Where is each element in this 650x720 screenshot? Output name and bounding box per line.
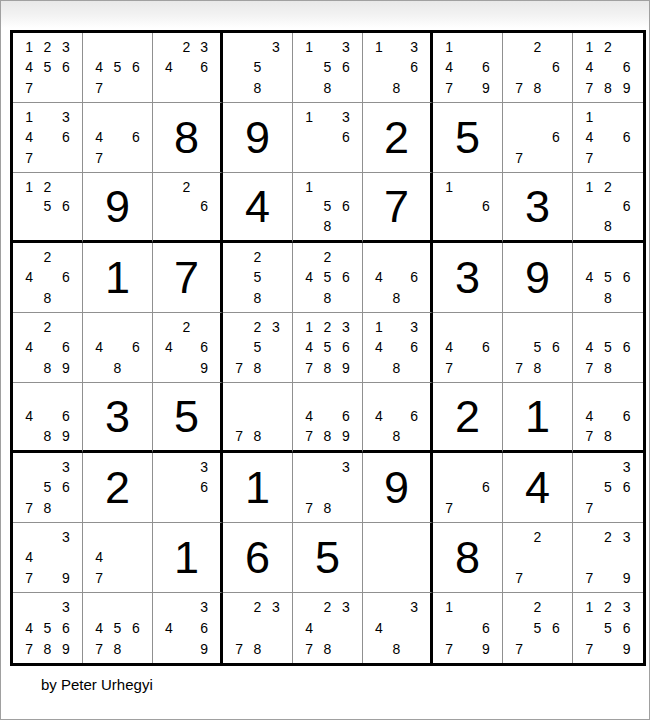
- candidate-digit: 2: [38, 37, 56, 57]
- candidate-digit: 1: [580, 37, 599, 57]
- cell-r2c9[interactable]: 1467: [573, 103, 643, 173]
- candidate-digit: 3: [405, 597, 423, 618]
- cell-r3c8[interactable]: 3: [503, 173, 573, 243]
- candidate-digit: 6: [337, 57, 355, 77]
- given-digit: 1: [153, 523, 220, 592]
- candidate-digit: 1: [20, 107, 38, 127]
- candidate-grid: 24568: [293, 243, 362, 312]
- candidate-digit: 7: [580, 148, 599, 168]
- candidate-digit: 4: [20, 618, 38, 639]
- candidate-digit: 2: [248, 247, 266, 267]
- cell-r8c1[interactable]: 3479: [13, 523, 83, 593]
- cell-r2c3[interactable]: 8: [153, 103, 223, 173]
- candidate-digit: 6: [405, 407, 423, 427]
- candidate-digit: 6: [57, 407, 75, 427]
- candidate-grid: 467: [83, 103, 152, 172]
- candidate-digit: 2: [528, 527, 546, 547]
- cell-r4c1[interactable]: 2468: [13, 243, 83, 313]
- candidate-grid: 4689: [13, 383, 82, 450]
- candidate-digit: 6: [127, 127, 145, 147]
- candidate-grid: 2346: [153, 33, 220, 102]
- candidate-digit: 3: [337, 597, 355, 618]
- candidate-digit: 8: [248, 358, 266, 378]
- cell-r9c5[interactable]: 23478: [293, 593, 363, 663]
- cell-r9c9[interactable]: 1235679: [573, 593, 643, 663]
- candidate-digit: 9: [195, 638, 213, 659]
- cell-r8c4[interactable]: 6: [223, 523, 293, 593]
- cell-r3c3[interactable]: 26: [153, 173, 223, 243]
- candidate-digit: 9: [477, 78, 495, 98]
- cell-r5c3[interactable]: 2469: [153, 313, 223, 383]
- candidate-digit: 8: [38, 638, 56, 659]
- cell-r3c2[interactable]: 9: [83, 173, 153, 243]
- candidate-digit: 4: [90, 547, 108, 567]
- candidate-grid: 1246789: [573, 33, 643, 102]
- candidate-digit: 6: [477, 197, 495, 217]
- candidate-grid: 3479: [13, 523, 82, 592]
- cell-r1c3[interactable]: 2346: [153, 33, 223, 103]
- given-digit: 7: [153, 243, 220, 312]
- given-digit: 7: [363, 173, 430, 240]
- candidate-digit: 3: [617, 527, 636, 547]
- candidate-digit: 5: [38, 197, 56, 217]
- cell-r3c7[interactable]: 16: [433, 173, 503, 243]
- candidate-digit: 9: [57, 568, 75, 588]
- candidate-digit: 3: [617, 597, 636, 618]
- candidate-digit: 1: [580, 177, 599, 197]
- candidate-digit: 3: [337, 457, 355, 477]
- candidate-digit: 7: [580, 358, 599, 378]
- candidate-digit: 4: [90, 127, 108, 147]
- cell-r9c8[interactable]: 2567: [503, 593, 573, 663]
- candidate-digit: 3: [267, 597, 285, 618]
- candidate-digit: 3: [337, 37, 355, 57]
- cell-r1c8[interactable]: 2678: [503, 33, 573, 103]
- candidate-grid: 26: [153, 173, 220, 240]
- candidate-digit: 3: [57, 107, 75, 127]
- candidate-digit: 8: [318, 216, 336, 236]
- cell-r6c3[interactable]: 5: [153, 383, 223, 453]
- candidate-digit: 6: [617, 267, 636, 287]
- candidate-digit: 8: [388, 358, 406, 378]
- candidate-grid: 1256: [13, 173, 82, 240]
- cell-r6c8[interactable]: 1: [503, 383, 573, 453]
- cell-r4c3[interactable]: 7: [153, 243, 223, 313]
- candidate-digit: 1: [440, 597, 458, 618]
- cell-r7c7[interactable]: 67: [433, 453, 503, 523]
- candidate-digit: 4: [440, 57, 458, 77]
- cell-r5c4[interactable]: 23578: [223, 313, 293, 383]
- candidate-grid: [363, 523, 430, 592]
- candidate-digit: 8: [388, 288, 406, 308]
- candidate-digit: 3: [195, 457, 213, 477]
- cell-r3c5[interactable]: 1568: [293, 173, 363, 243]
- app-window: 1234567456723463581356813681467926781246…: [0, 0, 650, 720]
- candidate-digit: 7: [20, 498, 38, 518]
- candidate-digit: 4: [440, 337, 458, 357]
- given-digit: 3: [433, 243, 502, 312]
- candidate-digit: 1: [300, 37, 318, 57]
- candidate-digit: 6: [477, 57, 495, 77]
- candidate-digit: 3: [57, 37, 75, 57]
- candidate-digit: 6: [547, 57, 565, 77]
- candidate-digit: 7: [230, 426, 248, 446]
- candidate-grid: 468: [363, 383, 430, 450]
- cell-r2c5[interactable]: 136: [293, 103, 363, 173]
- cell-r3c9[interactable]: 1268: [573, 173, 643, 243]
- cell-r8c6[interactable]: [363, 523, 433, 593]
- candidate-digit: 9: [57, 426, 75, 446]
- candidate-digit: 9: [337, 426, 355, 446]
- given-digit: 2: [83, 453, 152, 522]
- cell-r2c7[interactable]: 5: [433, 103, 503, 173]
- candidate-digit: 2: [528, 37, 546, 57]
- candidate-digit: 8: [108, 358, 126, 378]
- candidate-digit: 7: [440, 78, 458, 98]
- cell-r9c3[interactable]: 3469: [153, 593, 223, 663]
- cell-r1c9[interactable]: 1246789: [573, 33, 643, 103]
- cell-r1c1[interactable]: 1234567: [13, 33, 83, 103]
- candidate-digit: 4: [160, 337, 178, 357]
- candidate-digit: 8: [318, 358, 336, 378]
- candidate-digit: 2: [38, 317, 56, 337]
- candidate-digit: 6: [57, 618, 75, 639]
- candidate-digit: 6: [57, 477, 75, 497]
- window-titlebar: [1, 1, 649, 28]
- cell-r2c8[interactable]: 67: [503, 103, 573, 173]
- cell-r6c4[interactable]: 78: [223, 383, 293, 453]
- cell-r6c9[interactable]: 4678: [573, 383, 643, 453]
- candidate-digit: 6: [57, 337, 75, 357]
- candidate-digit: 6: [547, 337, 565, 357]
- candidate-digit: 7: [90, 638, 108, 659]
- candidate-digit: 7: [440, 358, 458, 378]
- cell-r8c7[interactable]: 8: [433, 523, 503, 593]
- candidate-digit: 1: [370, 37, 388, 57]
- cell-r3c1[interactable]: 1256: [13, 173, 83, 243]
- candidate-digit: 6: [617, 57, 636, 77]
- candidate-digit: 3: [267, 317, 285, 337]
- candidate-digit: 4: [90, 337, 108, 357]
- cell-r5c1[interactable]: 24689: [13, 313, 83, 383]
- candidate-grid: 3456789: [13, 593, 82, 663]
- cell-r9c1[interactable]: 3456789: [13, 593, 83, 663]
- candidate-grid: 35678: [13, 453, 82, 522]
- given-digit: 5: [293, 523, 362, 592]
- candidate-grid: 467: [433, 313, 502, 382]
- candidate-digit: 9: [195, 358, 213, 378]
- cell-r7c2[interactable]: 2: [83, 453, 153, 523]
- candidate-digit: 6: [477, 337, 495, 357]
- cell-r7c8[interactable]: 4: [503, 453, 573, 523]
- candidate-digit: 5: [318, 197, 336, 217]
- cell-r6c2[interactable]: 3: [83, 383, 153, 453]
- candidate-digit: 5: [248, 337, 266, 357]
- candidate-digit: 4: [160, 57, 178, 77]
- candidate-digit: 4: [370, 337, 388, 357]
- cell-r2c6[interactable]: 2: [363, 103, 433, 173]
- candidate-digit: 1: [20, 37, 38, 57]
- candidate-digit: 8: [318, 498, 336, 518]
- candidate-digit: 5: [599, 477, 618, 497]
- cell-r6c6[interactable]: 468: [363, 383, 433, 453]
- candidate-digit: 6: [617, 477, 636, 497]
- candidate-grid: 1235679: [573, 593, 643, 663]
- candidate-grid: 468: [83, 313, 152, 382]
- cell-r9c4[interactable]: 2378: [223, 593, 293, 663]
- candidate-grid: 27: [503, 523, 572, 592]
- candidate-digit: 7: [300, 426, 318, 446]
- candidate-digit: 7: [90, 568, 108, 588]
- candidate-digit: 3: [195, 597, 213, 618]
- candidate-digit: 1: [580, 107, 599, 127]
- cell-r8c5[interactable]: 5: [293, 523, 363, 593]
- author-credit: by Peter Urhegyi: [41, 676, 153, 693]
- candidate-digit: 1: [440, 37, 458, 57]
- cell-r5c9[interactable]: 45678: [573, 313, 643, 383]
- candidate-digit: 6: [337, 407, 355, 427]
- candidate-digit: 6: [337, 127, 355, 147]
- candidate-grid: 378: [293, 453, 362, 522]
- candidate-digit: 9: [57, 638, 75, 659]
- candidate-digit: 8: [248, 426, 266, 446]
- candidate-digit: 4: [580, 57, 599, 77]
- candidate-digit: 8: [108, 638, 126, 659]
- candidate-grid: 1234567: [13, 33, 82, 102]
- candidate-digit: 7: [90, 78, 108, 98]
- cell-r1c4[interactable]: 358: [223, 33, 293, 103]
- given-digit: 5: [433, 103, 502, 172]
- given-digit: 2: [433, 383, 502, 450]
- candidate-digit: 6: [547, 618, 565, 639]
- candidate-digit: 7: [440, 638, 458, 659]
- candidate-digit: 7: [230, 358, 248, 378]
- cell-r6c5[interactable]: 46789: [293, 383, 363, 453]
- candidate-digit: 4: [90, 618, 108, 639]
- cell-r3c6[interactable]: 7: [363, 173, 433, 243]
- candidate-digit: 6: [127, 337, 145, 357]
- candidate-digit: 6: [477, 477, 495, 497]
- candidate-grid: 13568: [293, 33, 362, 102]
- candidate-digit: 8: [248, 288, 266, 308]
- cell-r8c8[interactable]: 27: [503, 523, 573, 593]
- candidate-digit: 4: [20, 337, 38, 357]
- candidate-grid: 3567: [573, 453, 643, 522]
- candidate-digit: 7: [510, 568, 528, 588]
- candidate-grid: 2469: [153, 313, 220, 382]
- candidate-digit: 7: [20, 148, 38, 168]
- candidate-digit: 5: [599, 267, 618, 287]
- cell-r7c6[interactable]: 9: [363, 453, 433, 523]
- cell-r5c6[interactable]: 13468: [363, 313, 433, 383]
- candidate-digit: 6: [405, 57, 423, 77]
- candidate-digit: 8: [599, 78, 618, 98]
- cell-r1c5[interactable]: 13568: [293, 33, 363, 103]
- candidate-grid: 23478: [293, 593, 362, 663]
- candidate-digit: 8: [38, 288, 56, 308]
- candidate-digit: 5: [599, 618, 618, 639]
- candidate-digit: 8: [318, 426, 336, 446]
- candidate-digit: 7: [510, 638, 528, 659]
- candidate-digit: 9: [337, 358, 355, 378]
- given-digit: 9: [223, 103, 292, 172]
- candidate-grid: 5678: [503, 313, 572, 382]
- given-digit: 1: [223, 453, 292, 522]
- given-digit: 4: [503, 453, 572, 522]
- candidate-digit: 4: [20, 407, 38, 427]
- candidate-grid: 36: [153, 453, 220, 522]
- cell-r4c8[interactable]: 9: [503, 243, 573, 313]
- candidate-digit: 6: [405, 267, 423, 287]
- candidate-digit: 4: [580, 267, 599, 287]
- cell-r7c5[interactable]: 378: [293, 453, 363, 523]
- candidate-digit: 8: [318, 78, 336, 98]
- cell-r1c7[interactable]: 14679: [433, 33, 503, 103]
- candidate-digit: 9: [477, 638, 495, 659]
- candidate-digit: 6: [617, 618, 636, 639]
- candidate-digit: 2: [178, 37, 196, 57]
- candidate-grid: 67: [433, 453, 502, 522]
- cell-r4c9[interactable]: 4568: [573, 243, 643, 313]
- candidate-digit: 6: [195, 197, 213, 217]
- candidate-grid: 4567: [83, 33, 152, 102]
- candidate-digit: 2: [248, 317, 266, 337]
- candidate-digit: 6: [337, 337, 355, 357]
- candidate-digit: 6: [337, 197, 355, 217]
- candidate-digit: 3: [405, 317, 423, 337]
- candidate-digit: 7: [580, 78, 599, 98]
- candidate-digit: 8: [388, 426, 406, 446]
- candidate-digit: 8: [599, 288, 618, 308]
- candidate-grid: 16: [433, 173, 502, 240]
- candidate-digit: 5: [108, 618, 126, 639]
- candidate-digit: 8: [528, 358, 546, 378]
- candidate-digit: 2: [528, 597, 546, 618]
- candidate-digit: 1: [300, 107, 318, 127]
- candidate-digit: 8: [599, 426, 618, 446]
- candidate-grid: 258: [223, 243, 292, 312]
- given-digit: 8: [433, 523, 502, 592]
- cell-r1c2[interactable]: 4567: [83, 33, 153, 103]
- candidate-grid: 1368: [363, 33, 430, 102]
- cell-r5c7[interactable]: 467: [433, 313, 503, 383]
- candidate-digit: 4: [370, 407, 388, 427]
- cell-r9c7[interactable]: 1679: [433, 593, 503, 663]
- candidate-digit: 5: [528, 337, 546, 357]
- candidate-grid: 23578: [223, 313, 292, 382]
- given-digit: 6: [223, 523, 292, 592]
- cell-r9c2[interactable]: 45678: [83, 593, 153, 663]
- cell-r6c7[interactable]: 2: [433, 383, 503, 453]
- candidate-digit: 6: [617, 197, 636, 217]
- cell-r9c6[interactable]: 348: [363, 593, 433, 663]
- candidate-grid: 2567: [503, 593, 572, 663]
- candidate-grid: 4678: [573, 383, 643, 450]
- cell-r4c6[interactable]: 468: [363, 243, 433, 313]
- candidate-digit: 2: [248, 597, 266, 618]
- candidate-digit: 2: [38, 177, 56, 197]
- candidate-digit: 9: [617, 638, 636, 659]
- candidate-digit: 4: [300, 618, 318, 639]
- cell-r1c6[interactable]: 1368: [363, 33, 433, 103]
- candidate-digit: 6: [57, 57, 75, 77]
- candidate-digit: 5: [599, 337, 618, 357]
- candidate-grid: 13468: [363, 313, 430, 382]
- candidate-grid: 358: [223, 33, 292, 102]
- cell-r8c9[interactable]: 2379: [573, 523, 643, 593]
- candidate-digit: 1: [20, 177, 38, 197]
- cell-r4c5[interactable]: 24568: [293, 243, 363, 313]
- candidate-digit: 2: [38, 247, 56, 267]
- cell-r8c3[interactable]: 1: [153, 523, 223, 593]
- candidate-grid: 45678: [83, 593, 152, 663]
- candidate-digit: 7: [510, 358, 528, 378]
- candidate-digit: 3: [337, 317, 355, 337]
- candidate-digit: 3: [267, 37, 285, 57]
- candidate-digit: 1: [440, 177, 458, 197]
- cell-r5c5[interactable]: 123456789: [293, 313, 363, 383]
- cell-r6c1[interactable]: 4689: [13, 383, 83, 453]
- candidate-digit: 2: [599, 177, 618, 197]
- candidate-digit: 7: [440, 498, 458, 518]
- candidate-digit: 3: [337, 107, 355, 127]
- candidate-digit: 3: [57, 597, 75, 618]
- cell-r3c4[interactable]: 4: [223, 173, 293, 243]
- candidate-grid: 78: [223, 383, 292, 450]
- given-digit: 1: [83, 243, 152, 312]
- cell-r5c2[interactable]: 468: [83, 313, 153, 383]
- cell-r4c2[interactable]: 1: [83, 243, 153, 313]
- sudoku-board[interactable]: 1234567456723463581356813681467926781246…: [10, 30, 646, 666]
- candidate-digit: 5: [38, 618, 56, 639]
- candidate-grid: 24689: [13, 313, 82, 382]
- candidate-grid: 348: [363, 593, 430, 663]
- candidate-digit: 3: [405, 37, 423, 57]
- candidate-digit: 5: [318, 267, 336, 287]
- candidate-digit: 7: [580, 498, 599, 518]
- cell-r7c3[interactable]: 36: [153, 453, 223, 523]
- candidate-digit: 1: [580, 597, 599, 618]
- candidate-digit: 4: [580, 407, 599, 427]
- cell-r2c4[interactable]: 9: [223, 103, 293, 173]
- candidate-digit: 7: [580, 568, 599, 588]
- candidate-digit: 7: [230, 638, 248, 659]
- candidate-grid: 1467: [573, 103, 643, 172]
- cell-r4c7[interactable]: 3: [433, 243, 503, 313]
- candidate-grid: 3469: [153, 593, 220, 663]
- cell-r7c4[interactable]: 1: [223, 453, 293, 523]
- cell-r5c8[interactable]: 5678: [503, 313, 573, 383]
- candidate-digit: 8: [528, 78, 546, 98]
- candidate-grid: 123456789: [293, 313, 362, 382]
- cell-r4c4[interactable]: 258: [223, 243, 293, 313]
- candidate-digit: 5: [248, 267, 266, 287]
- candidate-digit: 7: [580, 638, 599, 659]
- candidate-grid: 4568: [573, 243, 643, 312]
- candidate-grid: 13467: [13, 103, 82, 172]
- cell-r7c1[interactable]: 35678: [13, 453, 83, 523]
- cell-r8c2[interactable]: 47: [83, 523, 153, 593]
- candidate-digit: 1: [300, 177, 318, 197]
- cell-r7c9[interactable]: 3567: [573, 453, 643, 523]
- candidate-digit: 8: [38, 358, 56, 378]
- candidate-digit: 2: [318, 597, 336, 618]
- cell-r2c2[interactable]: 467: [83, 103, 153, 173]
- cell-r2c1[interactable]: 13467: [13, 103, 83, 173]
- candidate-digit: 8: [388, 78, 406, 98]
- candidate-digit: 8: [599, 358, 618, 378]
- candidate-grid: 47: [83, 523, 152, 592]
